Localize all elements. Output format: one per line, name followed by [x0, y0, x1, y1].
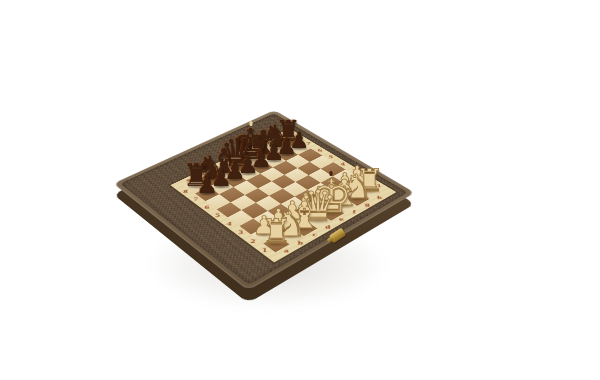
coord-rank-near-4: 4: [226, 221, 232, 226]
coord-rank-near-3: 3: [238, 230, 244, 235]
coord-rank-near-5: 5: [215, 213, 221, 217]
clasp-hook: [326, 236, 333, 243]
coord-rank-near-6: 6: [204, 205, 210, 209]
piece-light-rook-a1: ♜: [261, 215, 291, 249]
coord-rank-far-5: 5: [329, 155, 334, 159]
coord-rank-far-6: 6: [317, 148, 322, 152]
dark-king-finial: [249, 121, 252, 126]
chess-set-photo: 88hh77gg66ff55ee44dd33cc22bb11aa ♜♞♝♛♚♝♞…: [0, 0, 600, 380]
light-king-finial: [330, 171, 333, 176]
piece-dark-pawn-a7: ♟: [196, 173, 218, 197]
coord-rank-far-4: 4: [340, 162, 345, 166]
